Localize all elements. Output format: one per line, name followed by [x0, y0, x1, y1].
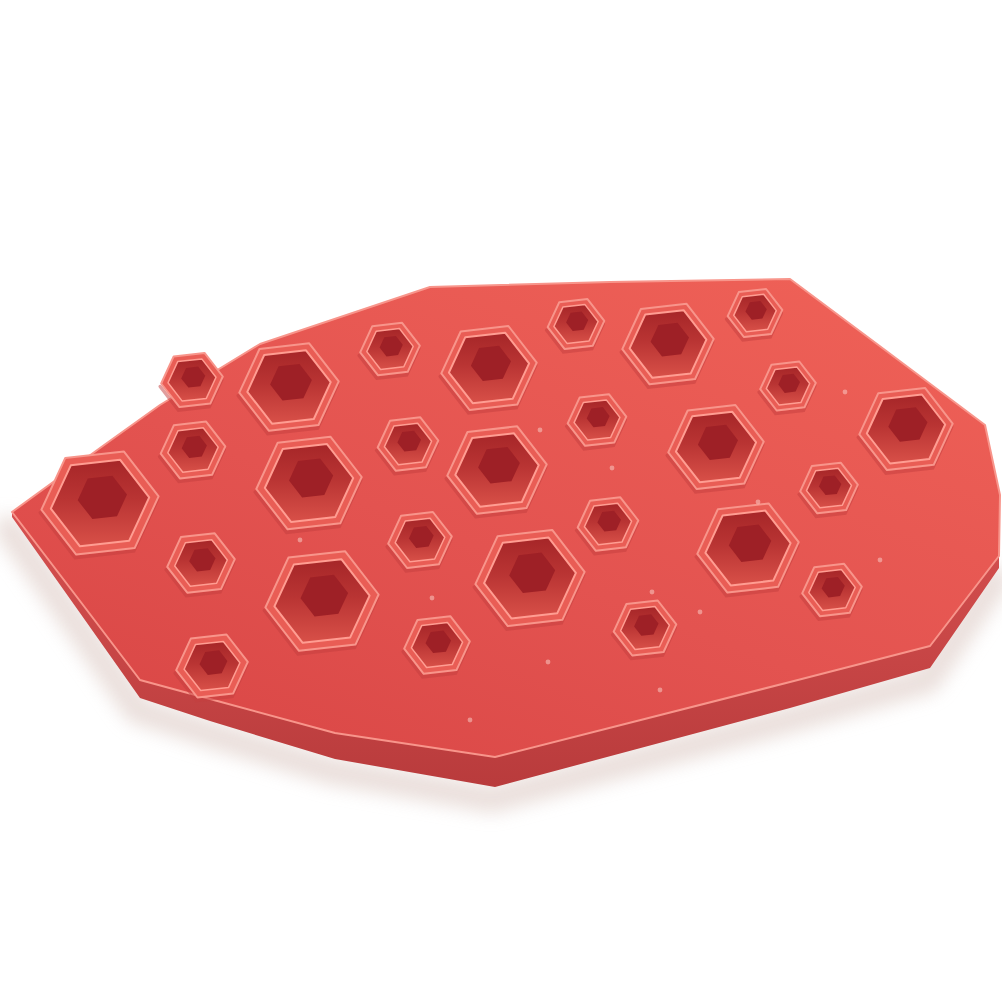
speckle [843, 390, 848, 395]
scene-canvas [0, 0, 1002, 1002]
speckle [430, 596, 435, 601]
speckle [298, 538, 303, 543]
speckle [468, 718, 473, 723]
product-photo [0, 0, 1002, 1002]
speckle [546, 660, 551, 665]
speckle [878, 558, 883, 563]
speckle [756, 500, 761, 505]
speckle [538, 428, 543, 433]
speckle [650, 590, 655, 595]
speckle [698, 610, 703, 615]
speckle [610, 466, 615, 471]
speckle [658, 688, 663, 693]
